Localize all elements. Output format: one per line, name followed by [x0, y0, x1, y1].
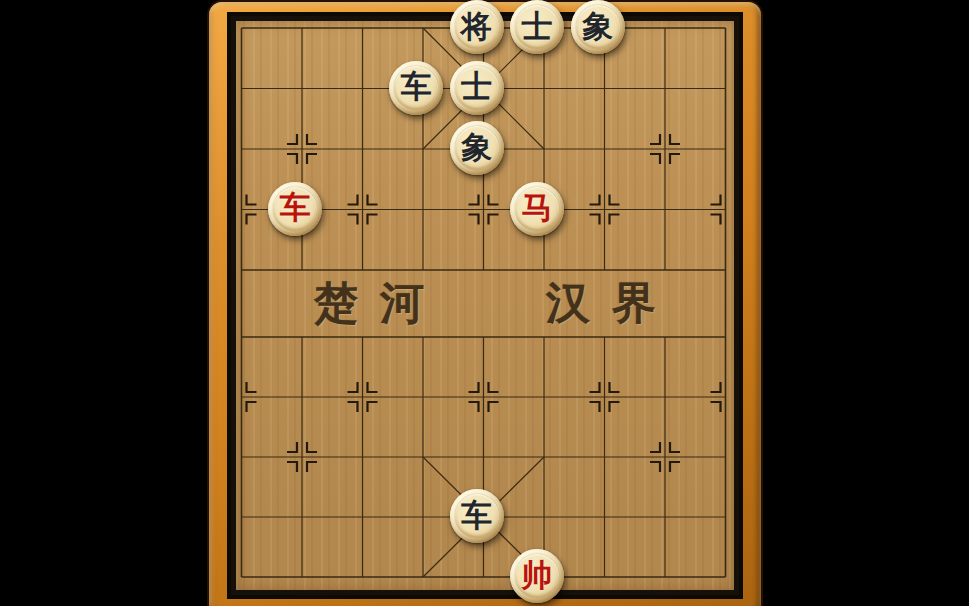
black-general[interactable]: 将 [450, 0, 504, 54]
piece-glyph: 士 [522, 11, 553, 42]
black-chariot[interactable]: 车 [389, 61, 443, 115]
piece-glyph: 帅 [522, 560, 553, 591]
red-chariot[interactable]: 车 [268, 182, 322, 236]
piece-glyph: 车 [280, 192, 311, 223]
xiangqi-board[interactable]: 楚河 汉界 将士象车士象车马车帅 [209, 2, 761, 606]
piece-glyph: 车 [461, 500, 492, 531]
piece-glyph: 士 [461, 71, 492, 102]
red-general[interactable]: 帅 [510, 549, 564, 603]
black-elephant[interactable]: 象 [450, 121, 504, 175]
piece-glyph: 马 [522, 192, 553, 223]
black-advisor[interactable]: 士 [510, 0, 564, 54]
piece-glyph: 车 [401, 71, 432, 102]
app-background: 楚河 汉界 将士象车士象车马车帅 [0, 0, 969, 606]
piece-glyph: 象 [582, 11, 613, 42]
black-elephant[interactable]: 象 [571, 0, 625, 54]
piece-glyph: 将 [461, 11, 492, 42]
board-face[interactable]: 楚河 汉界 将士象车士象车马车帅 [231, 16, 739, 595]
piece-glyph: 象 [461, 132, 492, 163]
black-chariot[interactable]: 车 [450, 489, 504, 543]
black-advisor[interactable]: 士 [450, 61, 504, 115]
red-horse[interactable]: 马 [510, 182, 564, 236]
